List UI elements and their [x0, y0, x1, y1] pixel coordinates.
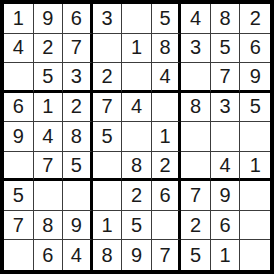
cell-r7c2[interactable] [34, 181, 64, 211]
cell-r9c4: 8 [93, 240, 123, 270]
cell-r8c8: 6 [211, 211, 241, 241]
cell-r6c1[interactable] [4, 152, 34, 182]
cell-r9c2: 6 [34, 240, 64, 270]
cell-r8c4: 1 [93, 211, 123, 241]
cell-r2c8: 5 [211, 34, 241, 64]
cell-r4c3: 2 [63, 93, 93, 123]
cell-r4c1: 6 [4, 93, 34, 123]
cell-r5c2: 4 [34, 122, 64, 152]
cell-r2c1: 4 [4, 34, 34, 64]
cell-r5c3: 8 [63, 122, 93, 152]
cell-r2c9: 6 [240, 34, 270, 64]
cell-r1c2: 9 [34, 4, 64, 34]
cell-r8c2: 8 [34, 211, 64, 241]
cell-r5c6: 1 [152, 122, 182, 152]
cell-r7c4[interactable] [93, 181, 123, 211]
cell-r5c9[interactable] [240, 122, 270, 152]
cell-r7c8: 9 [211, 181, 241, 211]
cell-r6c2: 7 [34, 152, 64, 182]
cell-r4c2: 1 [34, 93, 64, 123]
cell-r7c9[interactable] [240, 181, 270, 211]
cell-r1c1: 1 [4, 4, 34, 34]
cell-r8c7: 2 [181, 211, 211, 241]
cell-r1c8: 8 [211, 4, 241, 34]
cell-r3c4: 2 [93, 63, 123, 93]
cell-r9c3: 4 [63, 240, 93, 270]
cell-r4c4: 7 [93, 93, 123, 123]
cell-r2c7: 3 [181, 34, 211, 64]
cell-r6c6: 2 [152, 152, 182, 182]
cell-r4c9: 5 [240, 93, 270, 123]
cell-r2c3: 7 [63, 34, 93, 64]
cell-r7c3[interactable] [63, 181, 93, 211]
cell-r7c5: 2 [122, 181, 152, 211]
cell-r5c5[interactable] [122, 122, 152, 152]
cell-r3c1[interactable] [4, 63, 34, 93]
cell-r7c1: 5 [4, 181, 34, 211]
cell-r4c8: 3 [211, 93, 241, 123]
cell-r6c7[interactable] [181, 152, 211, 182]
sudoku-board: 1963548242718356532479612748359485175824… [0, 0, 274, 274]
cell-r7c6: 6 [152, 181, 182, 211]
cell-r3c2: 5 [34, 63, 64, 93]
cell-r8c3: 9 [63, 211, 93, 241]
cell-r6c9: 1 [240, 152, 270, 182]
cell-r2c5: 1 [122, 34, 152, 64]
cell-r4c7: 8 [181, 93, 211, 123]
cell-r7c7: 7 [181, 181, 211, 211]
cell-r8c1: 7 [4, 211, 34, 241]
cell-r9c1[interactable] [4, 240, 34, 270]
cell-r9c5: 9 [122, 240, 152, 270]
cell-r1c4: 3 [93, 4, 123, 34]
cell-r9c6: 7 [152, 240, 182, 270]
cell-r3c9: 9 [240, 63, 270, 93]
cell-r8c9[interactable] [240, 211, 270, 241]
cell-r5c8[interactable] [211, 122, 241, 152]
cell-r3c7[interactable] [181, 63, 211, 93]
cell-r3c3: 3 [63, 63, 93, 93]
cell-r9c8: 1 [211, 240, 241, 270]
cell-r6c4[interactable] [93, 152, 123, 182]
cell-r3c5[interactable] [122, 63, 152, 93]
cell-r1c6: 5 [152, 4, 182, 34]
cell-r8c5: 5 [122, 211, 152, 241]
cell-r4c6[interactable] [152, 93, 182, 123]
cell-r1c9: 2 [240, 4, 270, 34]
cell-r1c7: 4 [181, 4, 211, 34]
cell-r5c1: 9 [4, 122, 34, 152]
cell-r9c9[interactable] [240, 240, 270, 270]
cell-r2c2: 2 [34, 34, 64, 64]
cell-r4c5: 4 [122, 93, 152, 123]
cell-r5c7[interactable] [181, 122, 211, 152]
cell-r5c4: 5 [93, 122, 123, 152]
cell-r6c5: 8 [122, 152, 152, 182]
cell-r2c6: 8 [152, 34, 182, 64]
cell-r6c8: 4 [211, 152, 241, 182]
cell-r1c5[interactable] [122, 4, 152, 34]
cell-r9c7: 5 [181, 240, 211, 270]
cell-r8c6[interactable] [152, 211, 182, 241]
cell-r1c3: 6 [63, 4, 93, 34]
cell-r6c3: 5 [63, 152, 93, 182]
cell-r2c4[interactable] [93, 34, 123, 64]
cell-r3c6: 4 [152, 63, 182, 93]
cell-r3c8: 7 [211, 63, 241, 93]
